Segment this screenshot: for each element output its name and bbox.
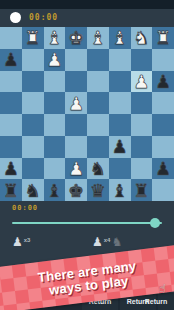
square-f1[interactable]: ♝ <box>109 179 131 201</box>
black-P-piece: ♟ <box>3 49 19 70</box>
progress-slider[interactable] <box>12 222 162 224</box>
captured-knight-icon: ♞ <box>111 235 122 249</box>
square-a4[interactable] <box>0 114 22 136</box>
square-h8[interactable]: ♜ <box>152 27 174 49</box>
square-h3[interactable] <box>152 136 174 158</box>
captured-tray-left: ♟x3 <box>12 235 30 249</box>
chess-app-screen: 00:00 ♜♝♚♝♝♞♜♟♟♟♟♟♟♟♟♞♟♜♞♝♚♛♝♜ 00:00 ♟x3… <box>0 0 174 310</box>
square-b7[interactable] <box>22 49 44 71</box>
square-a3[interactable] <box>0 136 22 158</box>
square-h4[interactable] <box>152 114 174 136</box>
white-B-piece: ♝ <box>46 27 62 48</box>
white-B-piece: ♝ <box>112 27 128 48</box>
square-d2[interactable]: ♟ <box>65 158 87 180</box>
square-g2[interactable] <box>131 158 153 180</box>
square-e4[interactable] <box>87 114 109 136</box>
square-d1[interactable]: ♚ <box>65 179 87 201</box>
square-g7[interactable] <box>131 49 153 71</box>
black-P-piece: ♟ <box>3 158 19 179</box>
black-N-piece: ♞ <box>90 158 106 179</box>
square-g8[interactable]: ♞ <box>131 27 153 49</box>
square-d5[interactable]: ♟ <box>65 92 87 114</box>
square-e8[interactable]: ♝ <box>87 27 109 49</box>
white-B-piece: ♝ <box>90 27 106 48</box>
square-c5[interactable] <box>44 92 66 114</box>
square-f3[interactable]: ♟ <box>109 136 131 158</box>
white-P-piece: ♟ <box>68 93 84 114</box>
square-f8[interactable]: ♝ <box>109 27 131 49</box>
square-f7[interactable] <box>109 49 131 71</box>
square-d7[interactable] <box>65 49 87 71</box>
white-N-piece: ♞ <box>133 27 149 48</box>
black-P-piece: ♟ <box>155 71 171 92</box>
square-h6[interactable]: ♟ <box>152 71 174 93</box>
square-f5[interactable] <box>109 92 131 114</box>
square-e1[interactable]: ♛ <box>87 179 109 201</box>
square-a7[interactable]: ♟ <box>0 49 22 71</box>
square-b1[interactable]: ♞ <box>22 179 44 201</box>
square-h2[interactable]: ♟ <box>152 158 174 180</box>
black-B-piece: ♝ <box>46 180 62 201</box>
square-c3[interactable] <box>44 136 66 158</box>
return-button-3-label[interactable]: Return <box>138 293 174 310</box>
white-P-piece: ♟ <box>46 49 62 70</box>
square-e6[interactable] <box>87 71 109 93</box>
square-d3[interactable] <box>65 136 87 158</box>
square-d8[interactable]: ♚ <box>65 27 87 49</box>
square-c4[interactable] <box>44 114 66 136</box>
square-c8[interactable]: ♝ <box>44 27 66 49</box>
square-h7[interactable] <box>152 49 174 71</box>
square-b6[interactable] <box>22 71 44 93</box>
square-b4[interactable] <box>22 114 44 136</box>
square-c2[interactable] <box>44 158 66 180</box>
square-a5[interactable] <box>0 92 22 114</box>
square-f6[interactable] <box>109 71 131 93</box>
square-g6[interactable]: ♟ <box>131 71 153 93</box>
square-b3[interactable] <box>22 136 44 158</box>
captured-tray-right: ♟x4♞ <box>92 235 122 249</box>
square-a8[interactable] <box>0 27 22 49</box>
white-P-piece: ♟ <box>68 158 84 179</box>
black-P-piece: ♟ <box>112 136 128 157</box>
black-R-piece: ♜ <box>133 180 149 201</box>
white-P-piece: ♟ <box>133 71 149 92</box>
square-f2[interactable] <box>109 158 131 180</box>
square-a6[interactable] <box>0 71 22 93</box>
square-a2[interactable]: ♟ <box>0 158 22 180</box>
white-R-piece: ♜ <box>155 27 171 48</box>
opponent-clock: 00:00 <box>12 204 38 212</box>
square-b5[interactable] <box>22 92 44 114</box>
black-K-piece: ♚ <box>68 180 84 201</box>
square-c6[interactable] <box>44 71 66 93</box>
square-e7[interactable] <box>87 49 109 71</box>
white-R-piece: ♜ <box>25 27 41 48</box>
square-b8[interactable]: ♜ <box>22 27 44 49</box>
square-g4[interactable] <box>131 114 153 136</box>
status-bar <box>0 0 174 9</box>
player-row: 00:00 <box>0 9 174 27</box>
black-P-piece: ♟ <box>155 158 171 179</box>
captured-pawn-icon: ♟ <box>12 235 23 249</box>
square-d6[interactable] <box>65 71 87 93</box>
square-e2[interactable]: ♞ <box>87 158 109 180</box>
black-N-piece: ♞ <box>25 180 41 201</box>
black-R-piece: ♜ <box>3 180 19 201</box>
chess-board[interactable]: ♜♝♚♝♝♞♜♟♟♟♟♟♟♟♟♞♟♜♞♝♚♛♝♜ <box>0 27 174 201</box>
captured-count: x3 <box>24 237 31 243</box>
slider-knob[interactable] <box>150 218 160 228</box>
square-d4[interactable] <box>65 114 87 136</box>
square-g5[interactable] <box>131 92 153 114</box>
square-e3[interactable] <box>87 136 109 158</box>
square-b2[interactable] <box>22 158 44 180</box>
black-Q-piece: ♛ <box>90 180 106 201</box>
black-B-piece: ♝ <box>112 180 128 201</box>
square-c7[interactable]: ♟ <box>44 49 66 71</box>
square-h5[interactable] <box>152 92 174 114</box>
square-f4[interactable] <box>109 114 131 136</box>
captured-pawn-icon: ♟ <box>92 235 103 249</box>
player-avatar <box>10 12 21 23</box>
white-K-piece: ♚ <box>68 27 84 48</box>
captured-count: x4 <box>104 237 111 243</box>
square-g1[interactable]: ♜ <box>131 179 153 201</box>
square-g3[interactable] <box>131 136 153 158</box>
square-c1[interactable]: ♝ <box>44 179 66 201</box>
square-h1[interactable] <box>152 179 174 201</box>
player-clock: 00:00 <box>29 13 58 22</box>
square-a1[interactable]: ♜ <box>0 179 22 201</box>
square-e5[interactable] <box>87 92 109 114</box>
